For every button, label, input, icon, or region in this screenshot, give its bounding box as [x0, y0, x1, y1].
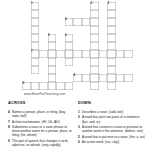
grid-cell-r10c4[interactable]: [48, 74, 57, 82]
grid-cell-r2c9[interactable]: [90, 10, 99, 18]
grid-cell-r7c7[interactable]: [73, 50, 82, 58]
down-clues-section: DOWN 1Describes a noun. (cold, wet)2A wo…: [78, 101, 146, 145]
grid-cell-r11c11[interactable]: [107, 82, 116, 90]
grid-cell-r4c2[interactable]: [31, 26, 40, 34]
grid-cell-r8c2[interactable]: [31, 58, 40, 66]
grid-cell-r6c9[interactable]: [90, 42, 99, 50]
grid-cell-r5c11[interactable]: [107, 34, 116, 42]
grid-cell-r3c7[interactable]: [73, 18, 82, 26]
clue-text: A word that joins two parts of a sentenc…: [82, 115, 146, 123]
grid-cell-r3c11[interactable]: [107, 18, 116, 26]
grid-cell-r4c9[interactable]: [90, 26, 99, 34]
grid-cell-r8c6[interactable]: [65, 58, 74, 66]
grid-cell-r10c7[interactable]: 8: [73, 74, 82, 82]
grid-cell-r11c5[interactable]: [56, 82, 65, 90]
grid-cell-r6c6[interactable]: [65, 42, 74, 50]
grid-cell-r7c6[interactable]: [65, 50, 74, 58]
across-clue-9: 9The part of speech that changes a verb,…: [8, 139, 74, 147]
down-clue-2: 2A word that joins two parts of a senten…: [78, 115, 146, 123]
grid-cell-r10c10[interactable]: [99, 74, 108, 82]
grid-cell-r7c8[interactable]: [82, 50, 91, 58]
grid-cell-r9c4[interactable]: [48, 66, 57, 74]
grid-cell-r7c11[interactable]: [107, 50, 116, 58]
grid-cell-r7c4[interactable]: [48, 50, 57, 58]
grid-cell-r3c2[interactable]: [31, 18, 40, 26]
clue-number-3: 3: [108, 2, 110, 5]
grid-cell-r11c4[interactable]: [48, 82, 57, 90]
grid-cell-r11c1[interactable]: 9: [22, 82, 31, 90]
grid-cell-r11c3[interactable]: [39, 82, 48, 90]
across-clue-7: 7A short exclamation. (Hi!, Uh, Ah!): [8, 120, 74, 124]
clue-number-7: 7: [31, 50, 33, 53]
grid-cell-r11c9[interactable]: [90, 82, 99, 90]
across-clue-8: 8Substitutes a noun or a noun phrase to …: [8, 125, 74, 138]
across-clues-section: ACROSS 4Names a person, place, or thing.…: [8, 101, 74, 149]
clue-text: A word that connects a noun or pronoun t…: [82, 125, 146, 133]
grid-cell-r8c4[interactable]: [48, 58, 57, 66]
grid-cell-r3c8[interactable]: [82, 18, 91, 26]
clue-text: A word that is put next to a noun. (the,…: [82, 135, 146, 139]
grid-cell-r6c11[interactable]: [107, 42, 116, 50]
down-clue-6: 6An action word. (run, clap): [78, 140, 146, 144]
source-website-text: www.HaveFunTeaching.com: [24, 92, 65, 96]
clue-number-1: 1: [31, 2, 33, 5]
clue-number-5: 5: [48, 34, 50, 37]
grid-cell-r3c9[interactable]: [90, 18, 99, 26]
grid-cell-r9c2[interactable]: [31, 66, 40, 74]
grid-cell-r2c11[interactable]: [107, 10, 116, 18]
clue-text: Substitutes a noun or a noun phrase to s…: [12, 125, 74, 138]
down-clue-1: 1Describes a noun. (cold, wet): [78, 110, 146, 114]
clue-text: A short exclamation. (Hi!, Uh, Ah!): [12, 120, 74, 124]
down-clue-5: 5A word that is put next to a noun. (the…: [78, 135, 146, 139]
grid-cell-r11c2[interactable]: [31, 82, 40, 90]
across-clue-list: 4Names a person, place, or thing. (boy, …: [8, 110, 74, 147]
across-header: ACROSS: [8, 101, 74, 106]
grid-cell-r5c6[interactable]: 6: [65, 34, 74, 42]
across-clue-4: 4Names a person, place, or thing. (boy, …: [8, 110, 74, 118]
grid-cell-r7c5[interactable]: [56, 50, 65, 58]
grid-cell-r4c11[interactable]: [107, 26, 116, 34]
grid-cell-r8c11[interactable]: [107, 58, 116, 66]
grid-cell-r10c13[interactable]: [124, 74, 133, 82]
grid-cell-r8c9[interactable]: [90, 58, 99, 66]
grid-cell-r2c2[interactable]: [31, 10, 40, 18]
grid-cell-r9c11[interactable]: [107, 66, 116, 74]
clue-number-4: 4: [65, 18, 67, 21]
clue-number-2: 2: [91, 2, 93, 5]
down-clue-list: 1Describes a noun. (cold, wet)2A word th…: [78, 110, 146, 144]
grid-cell-r1c11[interactable]: 3: [107, 2, 116, 10]
down-clue-3: 3A word that connects a noun or pronoun …: [78, 125, 146, 133]
grid-cell-r6c4[interactable]: [48, 42, 57, 50]
clue-text: An action word. (run, clap): [82, 140, 146, 144]
grid-cell-r5c4[interactable]: 5: [48, 34, 57, 42]
down-header: DOWN: [78, 101, 146, 106]
grid-cell-r10c8[interactable]: [82, 74, 91, 82]
grid-cell-r11c6[interactable]: [65, 82, 74, 90]
grid-cell-r7c12[interactable]: [116, 50, 125, 58]
grid-cell-r5c2[interactable]: [31, 34, 40, 42]
crossword-grid: 123456789: [0, 0, 150, 100]
grid-cell-r10c9[interactable]: [90, 74, 99, 82]
grid-cell-r7c10[interactable]: [99, 50, 108, 58]
grid-cell-r7c3[interactable]: [39, 50, 48, 58]
grid-cell-r3c6[interactable]: 4: [65, 18, 74, 26]
grid-cell-r10c11[interactable]: [107, 74, 116, 82]
grid-cell-r7c9[interactable]: [90, 50, 99, 58]
clue-number-8: 8: [74, 74, 76, 77]
grid-cell-r7c13[interactable]: [124, 50, 133, 58]
grid-cell-r1c2[interactable]: 1: [31, 2, 40, 10]
grid-cell-r7c2[interactable]: 7: [31, 50, 40, 58]
clue-number-6: 6: [65, 34, 67, 37]
clue-text: The part of speech that changes a verb, …: [12, 139, 74, 147]
clue-text: Names a person, place, or thing. (boy, t…: [12, 110, 74, 118]
grid-cell-r10c12[interactable]: [116, 74, 125, 82]
grid-cell-r1c9[interactable]: 2: [90, 2, 99, 10]
grid-cell-r9c9[interactable]: [90, 66, 99, 74]
grid-cell-r5c9[interactable]: [90, 34, 99, 42]
clue-text: Describes a noun. (cold, wet): [82, 110, 146, 114]
clue-number-9: 9: [23, 82, 25, 85]
